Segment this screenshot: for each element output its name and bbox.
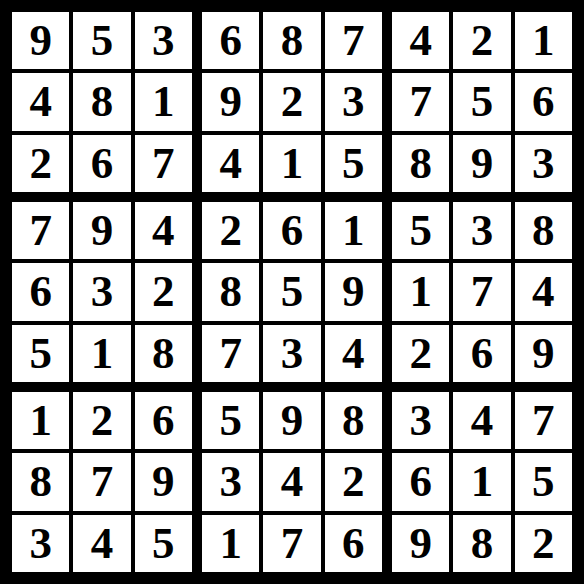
sudoku-cell-r4c2: 9 — [73, 202, 130, 259]
sudoku-cell-r4c5: 6 — [263, 202, 320, 259]
sudoku-cell-r8c4: 3 — [202, 453, 259, 510]
sudoku-cell-r6c7: 2 — [392, 325, 449, 382]
sudoku-cell-r2c2: 8 — [73, 73, 130, 130]
sudoku-cell-r6c3: 8 — [135, 325, 192, 382]
sudoku-cell-r7c6: 8 — [325, 392, 382, 449]
sudoku-cell-r6c5: 3 — [263, 325, 320, 382]
sudoku-cell-r5c7: 1 — [392, 263, 449, 320]
page: { "game": "sudoku", "state": "solved", "… — [0, 0, 584, 584]
sudoku-cell-r2c7: 7 — [392, 73, 449, 130]
sudoku-cell-r9c6: 6 — [325, 515, 382, 572]
sudoku-cell-r9c7: 9 — [392, 515, 449, 572]
sudoku-cell-r5c8: 7 — [453, 263, 510, 320]
sudoku-cell-r2c9: 6 — [515, 73, 572, 130]
sudoku-board: 9536874214819237562674158937942615386328… — [0, 0, 584, 584]
sudoku-cell-r3c9: 3 — [515, 135, 572, 192]
sudoku-cell-r7c2: 2 — [73, 392, 130, 449]
sudoku-cell-r4c6: 1 — [325, 202, 382, 259]
sudoku-cell-r4c3: 4 — [135, 202, 192, 259]
sudoku-cell-r3c8: 9 — [453, 135, 510, 192]
sudoku-cell-r7c7: 3 — [392, 392, 449, 449]
sudoku-cell-r4c7: 5 — [392, 202, 449, 259]
sudoku-cell-r9c3: 5 — [135, 515, 192, 572]
sudoku-cell-r6c4: 7 — [202, 325, 259, 382]
sudoku-cell-r5c3: 2 — [135, 263, 192, 320]
sudoku-cell-r8c5: 4 — [263, 453, 320, 510]
sudoku-cell-r3c2: 6 — [73, 135, 130, 192]
sudoku-cell-r3c7: 8 — [392, 135, 449, 192]
sudoku-cell-r8c1: 8 — [12, 453, 69, 510]
sudoku-cell-r1c1: 9 — [12, 12, 69, 69]
sudoku-cell-r5c9: 4 — [515, 263, 572, 320]
sudoku-cell-r1c9: 1 — [515, 12, 572, 69]
sudoku-cell-r4c1: 7 — [12, 202, 69, 259]
sudoku-cell-r5c1: 6 — [12, 263, 69, 320]
sudoku-cell-r6c9: 9 — [515, 325, 572, 382]
sudoku-cell-r1c4: 6 — [202, 12, 259, 69]
sudoku-cell-r6c2: 1 — [73, 325, 130, 382]
sudoku-cell-r3c4: 4 — [202, 135, 259, 192]
sudoku-cell-r6c1: 5 — [12, 325, 69, 382]
sudoku-cell-r3c5: 1 — [263, 135, 320, 192]
sudoku-cell-r2c1: 4 — [12, 73, 69, 130]
sudoku-cell-r4c4: 2 — [202, 202, 259, 259]
sudoku-cell-r2c5: 2 — [263, 73, 320, 130]
sudoku-cell-r3c1: 2 — [12, 135, 69, 192]
sudoku-cell-r6c8: 6 — [453, 325, 510, 382]
sudoku-cell-r3c6: 5 — [325, 135, 382, 192]
sudoku-cell-r5c2: 3 — [73, 263, 130, 320]
sudoku-cell-r9c1: 3 — [12, 515, 69, 572]
sudoku-cell-r2c8: 5 — [453, 73, 510, 130]
sudoku-cell-r1c5: 8 — [263, 12, 320, 69]
sudoku-cell-r9c5: 7 — [263, 515, 320, 572]
sudoku-cell-r7c1: 1 — [12, 392, 69, 449]
sudoku-cell-r5c4: 8 — [202, 263, 259, 320]
sudoku-cell-r7c9: 7 — [515, 392, 572, 449]
sudoku-cell-r7c3: 6 — [135, 392, 192, 449]
sudoku-cell-r8c3: 9 — [135, 453, 192, 510]
sudoku-cell-r8c9: 5 — [515, 453, 572, 510]
sudoku-cell-r8c7: 6 — [392, 453, 449, 510]
sudoku-cell-r1c8: 2 — [453, 12, 510, 69]
sudoku-cell-r5c5: 5 — [263, 263, 320, 320]
sudoku-cell-r9c9: 2 — [515, 515, 572, 572]
sudoku-cell-r3c3: 7 — [135, 135, 192, 192]
sudoku-cell-r7c4: 5 — [202, 392, 259, 449]
sudoku-cell-r8c8: 1 — [453, 453, 510, 510]
sudoku-cell-r6c6: 4 — [325, 325, 382, 382]
sudoku-cell-r4c9: 8 — [515, 202, 572, 259]
sudoku-cell-r8c2: 7 — [73, 453, 130, 510]
sudoku-cell-r8c6: 2 — [325, 453, 382, 510]
sudoku-cell-r2c4: 9 — [202, 73, 259, 130]
sudoku-cell-r1c7: 4 — [392, 12, 449, 69]
sudoku-cell-r1c2: 5 — [73, 12, 130, 69]
sudoku-cell-r1c6: 7 — [325, 12, 382, 69]
sudoku-cell-r9c2: 4 — [73, 515, 130, 572]
sudoku-cell-r9c4: 1 — [202, 515, 259, 572]
sudoku-cell-r7c8: 4 — [453, 392, 510, 449]
sudoku-cell-r5c6: 9 — [325, 263, 382, 320]
sudoku-cell-r4c8: 3 — [453, 202, 510, 259]
sudoku-cell-r2c6: 3 — [325, 73, 382, 130]
sudoku-cell-r2c3: 1 — [135, 73, 192, 130]
sudoku-cell-r9c8: 8 — [453, 515, 510, 572]
sudoku-cell-r7c5: 9 — [263, 392, 320, 449]
sudoku-cell-r1c3: 3 — [135, 12, 192, 69]
